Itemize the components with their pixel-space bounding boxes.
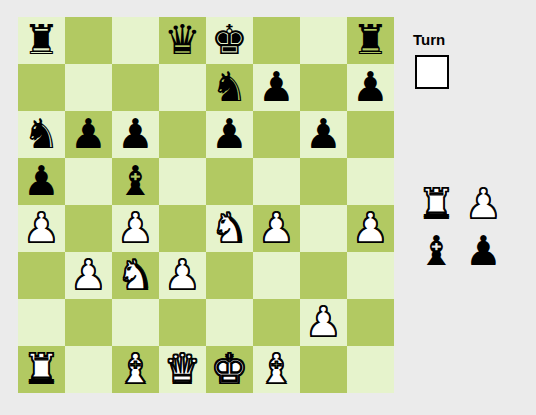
square-b1[interactable] <box>65 346 112 393</box>
square-g2[interactable]: ♟︎ <box>300 299 347 346</box>
square-b4[interactable] <box>65 205 112 252</box>
piece-black-pawn[interactable]: ♟︎ <box>117 111 154 158</box>
square-g5[interactable] <box>300 158 347 205</box>
square-h5[interactable] <box>347 158 394 205</box>
piece-black-bishop[interactable]: ♝︎ <box>117 158 154 205</box>
piece-white-bishop[interactable]: ♝︎ <box>258 346 295 393</box>
chess-app: ♜︎♛︎♚︎♜︎♞︎♟︎♟︎♞︎♟︎♟︎♟︎♟︎♟︎♝︎♟︎♟︎♞︎♟︎♟︎♟︎… <box>0 0 536 415</box>
square-b5[interactable] <box>65 158 112 205</box>
square-g4[interactable] <box>300 205 347 252</box>
square-a2[interactable] <box>18 299 65 346</box>
square-e8[interactable]: ♚︎ <box>206 17 253 64</box>
square-d6[interactable] <box>159 111 206 158</box>
square-a7[interactable] <box>18 64 65 111</box>
piece-black-pawn[interactable]: ♟︎ <box>70 111 107 158</box>
square-d8[interactable]: ♛︎ <box>159 17 206 64</box>
piece-black-rook[interactable]: ♜︎ <box>23 17 60 64</box>
square-f6[interactable] <box>253 111 300 158</box>
captured-piece-cell: ♝︎ <box>413 228 460 275</box>
square-f3[interactable] <box>253 252 300 299</box>
square-d7[interactable] <box>159 64 206 111</box>
square-a5[interactable]: ♟︎ <box>18 158 65 205</box>
piece-white-pawn[interactable]: ♟︎ <box>305 299 342 346</box>
turn-indicator <box>415 55 449 89</box>
piece-black-rook[interactable]: ♜︎ <box>352 17 389 64</box>
piece-white-pawn[interactable]: ♟︎ <box>258 205 295 252</box>
piece-black-pawn: ♟︎ <box>465 228 502 275</box>
square-g7[interactable] <box>300 64 347 111</box>
captured-piece-cell: ♜︎ <box>413 181 460 228</box>
square-h8[interactable]: ♜︎ <box>347 17 394 64</box>
square-c8[interactable] <box>112 17 159 64</box>
square-a4[interactable]: ♟︎ <box>18 205 65 252</box>
square-c5[interactable]: ♝︎ <box>112 158 159 205</box>
piece-white-queen[interactable]: ♛︎ <box>164 346 201 393</box>
square-g6[interactable]: ♟︎ <box>300 111 347 158</box>
square-b8[interactable] <box>65 17 112 64</box>
piece-white-pawn: ♟︎ <box>465 181 502 228</box>
piece-white-pawn[interactable]: ♟︎ <box>352 205 389 252</box>
square-b6[interactable]: ♟︎ <box>65 111 112 158</box>
piece-white-rook: ♜︎ <box>418 181 455 228</box>
square-h7[interactable]: ♟︎ <box>347 64 394 111</box>
piece-black-knight[interactable]: ♞︎ <box>23 111 60 158</box>
square-f5[interactable] <box>253 158 300 205</box>
square-e4[interactable]: ♞︎ <box>206 205 253 252</box>
square-c3[interactable]: ♞︎ <box>112 252 159 299</box>
piece-white-pawn[interactable]: ♟︎ <box>164 252 201 299</box>
square-h4[interactable]: ♟︎ <box>347 205 394 252</box>
piece-black-pawn[interactable]: ♟︎ <box>258 64 295 111</box>
piece-black-bishop: ♝︎ <box>418 228 455 275</box>
piece-black-pawn[interactable]: ♟︎ <box>23 158 60 205</box>
piece-black-knight[interactable]: ♞︎ <box>211 64 248 111</box>
piece-white-pawn[interactable]: ♟︎ <box>70 252 107 299</box>
square-e1[interactable]: ♚︎ <box>206 346 253 393</box>
piece-white-rook[interactable]: ♜︎ <box>23 346 60 393</box>
square-e2[interactable] <box>206 299 253 346</box>
square-d3[interactable]: ♟︎ <box>159 252 206 299</box>
square-g3[interactable] <box>300 252 347 299</box>
square-d2[interactable] <box>159 299 206 346</box>
piece-white-knight[interactable]: ♞︎ <box>211 205 248 252</box>
square-e6[interactable]: ♟︎ <box>206 111 253 158</box>
square-f2[interactable] <box>253 299 300 346</box>
turn-label: Turn <box>413 31 449 48</box>
square-a3[interactable] <box>18 252 65 299</box>
piece-black-pawn[interactable]: ♟︎ <box>352 64 389 111</box>
square-c1[interactable]: ♝︎ <box>112 346 159 393</box>
square-h3[interactable] <box>347 252 394 299</box>
square-e7[interactable]: ♞︎ <box>206 64 253 111</box>
piece-white-pawn[interactable]: ♟︎ <box>117 205 154 252</box>
piece-black-pawn[interactable]: ♟︎ <box>305 111 342 158</box>
piece-black-queen[interactable]: ♛︎ <box>164 17 201 64</box>
square-e3[interactable] <box>206 252 253 299</box>
square-a6[interactable]: ♞︎ <box>18 111 65 158</box>
square-c6[interactable]: ♟︎ <box>112 111 159 158</box>
square-a1[interactable]: ♜︎ <box>18 346 65 393</box>
piece-white-pawn[interactable]: ♟︎ <box>23 205 60 252</box>
square-e5[interactable] <box>206 158 253 205</box>
piece-black-pawn[interactable]: ♟︎ <box>211 111 248 158</box>
piece-white-knight[interactable]: ♞︎ <box>117 252 154 299</box>
square-b2[interactable] <box>65 299 112 346</box>
square-b3[interactable]: ♟︎ <box>65 252 112 299</box>
square-h6[interactable] <box>347 111 394 158</box>
square-d5[interactable] <box>159 158 206 205</box>
square-h2[interactable] <box>347 299 394 346</box>
square-d1[interactable]: ♛︎ <box>159 346 206 393</box>
square-h1[interactable] <box>347 346 394 393</box>
captured-piece-cell: ♟︎ <box>460 228 507 275</box>
square-g1[interactable] <box>300 346 347 393</box>
square-c4[interactable]: ♟︎ <box>112 205 159 252</box>
square-f1[interactable]: ♝︎ <box>253 346 300 393</box>
square-c2[interactable] <box>112 299 159 346</box>
captured-pieces-tray: ♜︎♟︎♝︎♟︎ <box>413 181 507 275</box>
chess-board: ♜︎♛︎♚︎♜︎♞︎♟︎♟︎♞︎♟︎♟︎♟︎♟︎♟︎♝︎♟︎♟︎♞︎♟︎♟︎♟︎… <box>18 17 394 393</box>
square-b7[interactable] <box>65 64 112 111</box>
square-f8[interactable] <box>253 17 300 64</box>
piece-white-bishop[interactable]: ♝︎ <box>117 346 154 393</box>
captured-piece-cell: ♟︎ <box>460 181 507 228</box>
square-f4[interactable]: ♟︎ <box>253 205 300 252</box>
square-c7[interactable] <box>112 64 159 111</box>
square-d4[interactable] <box>159 205 206 252</box>
square-a8[interactable]: ♜︎ <box>18 17 65 64</box>
piece-white-king[interactable]: ♚︎ <box>211 346 248 393</box>
square-f7[interactable]: ♟︎ <box>253 64 300 111</box>
turn-panel: Turn <box>413 31 449 89</box>
square-g8[interactable] <box>300 17 347 64</box>
piece-black-king[interactable]: ♚︎ <box>211 17 248 64</box>
